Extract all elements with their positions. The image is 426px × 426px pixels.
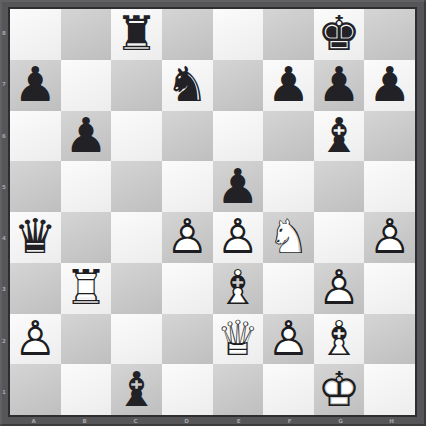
square-f5[interactable] — [263, 161, 314, 212]
file-label-e: E — [218, 418, 259, 425]
white-piece-outline: ♗ — [213, 263, 264, 311]
file-label-c: C — [115, 418, 156, 425]
rank-label-1: 1 — [1, 371, 7, 412]
square-d5[interactable] — [162, 161, 213, 212]
square-b2[interactable] — [61, 314, 112, 365]
black-piece-glyph: ♞ — [162, 60, 213, 108]
square-f1[interactable] — [263, 364, 314, 415]
square-b7[interactable] — [61, 60, 112, 111]
file-label-d: D — [166, 418, 207, 425]
square-b6[interactable]: ♟ — [61, 111, 112, 162]
white-bishop-g2[interactable]: ♝♗ — [314, 314, 365, 365]
black-piece-glyph: ♚ — [314, 9, 365, 57]
black-piece-glyph: ♜ — [111, 9, 162, 57]
square-h7[interactable]: ♟ — [364, 60, 415, 111]
black-piece-glyph: ♝ — [314, 110, 365, 158]
square-g4[interactable] — [314, 212, 365, 263]
white-piece-outline: ♙ — [263, 313, 314, 361]
white-piece-outline: ♕ — [213, 313, 264, 361]
white-piece-outline: ♘ — [263, 212, 314, 260]
file-label-a: A — [13, 418, 54, 425]
square-c2[interactable] — [111, 314, 162, 365]
white-queen-e2[interactable]: ♛♕ — [213, 314, 264, 365]
black-pawn-b6[interactable]: ♟ — [61, 111, 112, 162]
rank-label-3: 3 — [1, 268, 7, 309]
square-d4[interactable]: ♟♙ — [162, 212, 213, 263]
white-piece-outline: ♙ — [162, 212, 213, 260]
square-h6[interactable] — [364, 111, 415, 162]
white-pawn-h4[interactable]: ♟♙ — [364, 212, 415, 263]
square-d2[interactable] — [162, 314, 213, 365]
square-c3[interactable] — [111, 263, 162, 314]
square-g7[interactable]: ♟ — [314, 60, 365, 111]
white-piece-outline: ♖ — [61, 263, 112, 311]
square-f8[interactable] — [263, 9, 314, 60]
square-c7[interactable] — [111, 60, 162, 111]
square-f7[interactable]: ♟ — [263, 60, 314, 111]
black-king-g8[interactable]: ♚ — [314, 9, 365, 60]
black-piece-glyph: ♝ — [111, 364, 162, 412]
square-e6[interactable] — [213, 111, 264, 162]
file-label-h: H — [371, 418, 412, 425]
square-g1[interactable]: ♚♔ — [314, 364, 365, 415]
square-c5[interactable] — [111, 161, 162, 212]
square-h1[interactable] — [364, 364, 415, 415]
square-f6[interactable] — [263, 111, 314, 162]
square-a2[interactable]: ♟♙ — [10, 314, 61, 365]
square-g8[interactable]: ♚ — [314, 9, 365, 60]
square-b8[interactable] — [61, 9, 112, 60]
square-d1[interactable] — [162, 364, 213, 415]
square-h4[interactable]: ♟♙ — [364, 212, 415, 263]
square-g6[interactable]: ♝ — [314, 111, 365, 162]
square-g5[interactable] — [314, 161, 365, 212]
white-piece-outline: ♙ — [10, 313, 61, 361]
white-piece-outline: ♙ — [213, 212, 264, 260]
white-piece-outline: ♙ — [314, 263, 365, 311]
square-c4[interactable] — [111, 212, 162, 263]
black-queen-a4[interactable]: ♛ — [10, 212, 61, 263]
square-e8[interactable] — [213, 9, 264, 60]
file-label-g: G — [320, 418, 361, 425]
square-b3[interactable]: ♜♖ — [61, 263, 112, 314]
square-f4[interactable]: ♞♘ — [263, 212, 314, 263]
white-knight-f4[interactable]: ♞♘ — [263, 212, 314, 263]
rank-labels: 87654321 — [0, 7, 8, 417]
white-piece-outline: ♙ — [364, 212, 415, 260]
square-h3[interactable] — [364, 263, 415, 314]
square-a7[interactable]: ♟ — [10, 60, 61, 111]
white-pawn-d4[interactable]: ♟♙ — [162, 212, 213, 263]
black-pawn-h7[interactable]: ♟ — [364, 60, 415, 111]
file-label-b: B — [64, 418, 105, 425]
rank-label-2: 2 — [1, 320, 7, 361]
black-knight-d7[interactable]: ♞ — [162, 60, 213, 111]
square-e4[interactable]: ♟♙ — [213, 212, 264, 263]
square-f2[interactable]: ♟♙ — [263, 314, 314, 365]
square-c6[interactable] — [111, 111, 162, 162]
square-b4[interactable] — [61, 212, 112, 263]
black-piece-glyph: ♛ — [10, 212, 61, 260]
square-d7[interactable]: ♞ — [162, 60, 213, 111]
rank-label-5: 5 — [1, 166, 7, 207]
square-h5[interactable] — [364, 161, 415, 212]
square-a1[interactable] — [10, 364, 61, 415]
white-bishop-e3[interactable]: ♝♗ — [213, 263, 264, 314]
white-piece-outline: ♗ — [314, 313, 365, 361]
white-pawn-g3[interactable]: ♟♙ — [314, 263, 365, 314]
black-piece-glyph: ♟ — [364, 60, 415, 108]
black-pawn-e5[interactable]: ♟ — [213, 161, 264, 212]
white-king-g1[interactable]: ♚♔ — [314, 364, 365, 415]
chess-board: ♜♚♟♞♟♟♟♟♝♟♛♟♙♟♙♞♘♟♙♜♖♝♗♟♙♟♙♛♕♟♙♝♗♝♚♔ — [8, 7, 417, 417]
square-e3[interactable]: ♝♗ — [213, 263, 264, 314]
white-rook-b3[interactable]: ♜♖ — [61, 263, 112, 314]
rank-label-6: 6 — [1, 115, 7, 156]
board-frame: 87654321 ABCDEFGH ♜♚♟♞♟♟♟♟♝♟♛♟♙♟♙♞♘♟♙♜♖♝… — [0, 0, 426, 426]
square-h8[interactable] — [364, 9, 415, 60]
square-e2[interactable]: ♛♕ — [213, 314, 264, 365]
white-pawn-e4[interactable]: ♟♙ — [213, 212, 264, 263]
square-a4[interactable]: ♛ — [10, 212, 61, 263]
black-bishop-c1[interactable]: ♝ — [111, 364, 162, 415]
square-a5[interactable] — [10, 161, 61, 212]
black-piece-glyph: ♟ — [213, 161, 264, 209]
black-pawn-g7[interactable]: ♟ — [314, 60, 365, 111]
square-e5[interactable]: ♟ — [213, 161, 264, 212]
square-d8[interactable] — [162, 9, 213, 60]
white-pawn-a2[interactable]: ♟♙ — [10, 314, 61, 365]
square-b1[interactable] — [61, 364, 112, 415]
square-a3[interactable] — [10, 263, 61, 314]
black-bishop-g6[interactable]: ♝ — [314, 111, 365, 162]
rank-label-8: 8 — [1, 12, 7, 53]
rank-label-4: 4 — [1, 217, 7, 258]
square-e7[interactable] — [213, 60, 264, 111]
square-g3[interactable]: ♟♙ — [314, 263, 365, 314]
square-h2[interactable] — [364, 314, 415, 365]
file-label-f: F — [269, 418, 310, 425]
square-b5[interactable] — [61, 161, 112, 212]
black-piece-glyph: ♟ — [314, 60, 365, 108]
square-d3[interactable] — [162, 263, 213, 314]
square-c1[interactable]: ♝ — [111, 364, 162, 415]
white-piece-outline: ♔ — [314, 364, 365, 412]
black-piece-glyph: ♟ — [61, 110, 112, 158]
square-g2[interactable]: ♝♗ — [314, 314, 365, 365]
square-d6[interactable] — [162, 111, 213, 162]
square-f3[interactable] — [263, 263, 314, 314]
file-labels: ABCDEFGH — [8, 417, 417, 426]
black-pawn-a7[interactable]: ♟ — [10, 60, 61, 111]
black-pawn-f7[interactable]: ♟ — [263, 60, 314, 111]
rank-label-7: 7 — [1, 63, 7, 104]
black-piece-glyph: ♟ — [263, 60, 314, 108]
white-pawn-f2[interactable]: ♟♙ — [263, 314, 314, 365]
black-rook-c8[interactable]: ♜ — [111, 9, 162, 60]
square-e1[interactable] — [213, 364, 264, 415]
square-a8[interactable] — [10, 9, 61, 60]
square-c8[interactable]: ♜ — [111, 9, 162, 60]
black-piece-glyph: ♟ — [10, 60, 61, 108]
square-a6[interactable] — [10, 111, 61, 162]
